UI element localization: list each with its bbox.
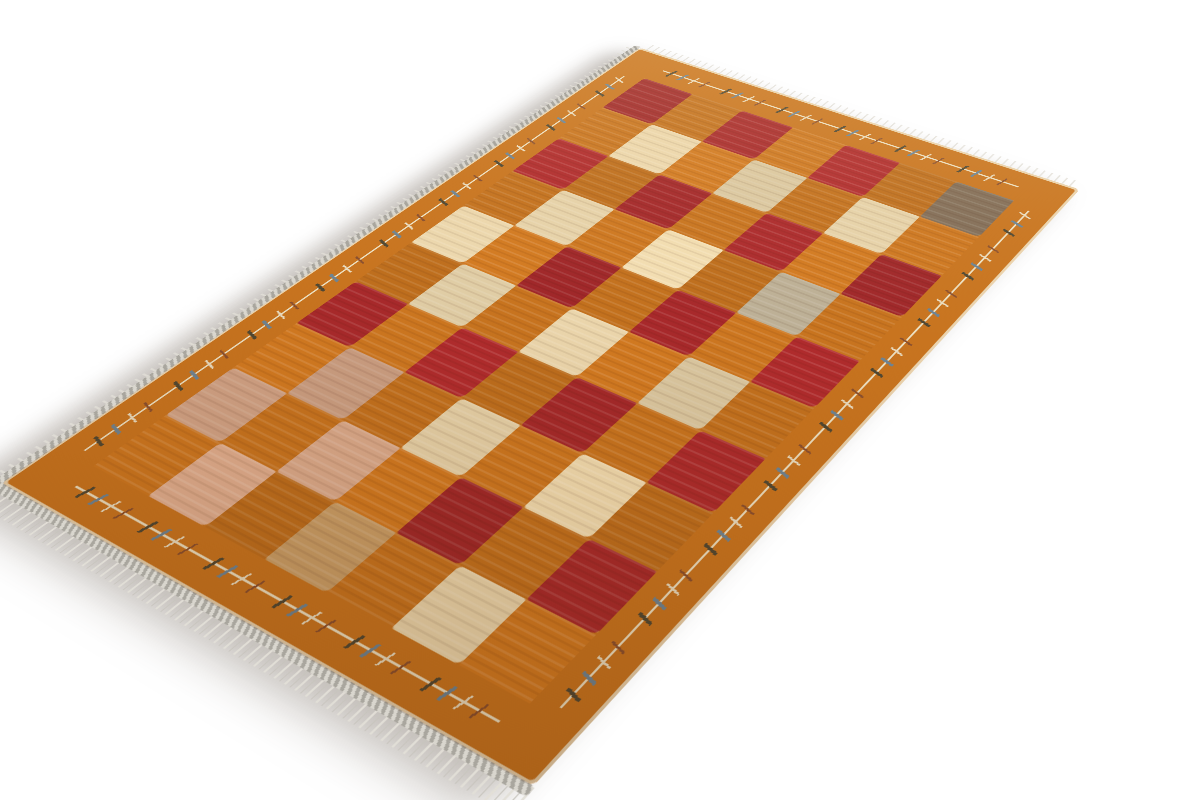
photo-backdrop xyxy=(0,0,1200,800)
rug xyxy=(0,48,1079,787)
checkerboard-field xyxy=(93,78,1014,703)
